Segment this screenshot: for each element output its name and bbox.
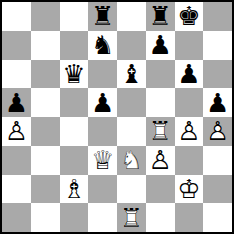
square-h1[interactable] [203,203,232,232]
black-knight: ♞ [88,31,117,60]
square-h6[interactable] [203,60,232,89]
square-d3[interactable]: ♛♕ [88,146,117,175]
white-king: ♚♔ [175,175,204,204]
square-c3[interactable] [60,146,89,175]
white-queen: ♛♕ [88,146,117,175]
square-c7[interactable] [60,31,89,60]
square-c4[interactable] [60,117,89,146]
square-a2[interactable] [2,175,31,204]
white-bishop: ♝♗ [60,175,89,204]
black-rook: ♜ [146,2,175,31]
black-pawn: ♟ [88,88,117,117]
square-d6[interactable] [88,60,117,89]
white-rook: ♜♖ [146,117,175,146]
white-pawn: ♟♙ [146,146,175,175]
square-g2[interactable]: ♚♔ [175,175,204,204]
white-pawn: ♟♙ [175,117,204,146]
square-e6[interactable]: ♝ [117,60,146,89]
black-pawn: ♟ [2,88,31,117]
square-g8[interactable]: ♚ [175,2,204,31]
square-h5[interactable]: ♟ [203,88,232,117]
square-b5[interactable] [31,88,60,117]
square-b7[interactable] [31,31,60,60]
square-d8[interactable]: ♜ [88,2,117,31]
black-pawn: ♟ [175,60,204,89]
square-d5[interactable]: ♟ [88,88,117,117]
square-f4[interactable]: ♜♖ [146,117,175,146]
square-a8[interactable] [2,2,31,31]
square-h8[interactable] [203,2,232,31]
chess-diagram: ♜♜♚♞♟♛♝♟♟♟♟♟♙♜♖♟♙♟♙♛♕♞♘♟♙♝♗♚♔♜♖ [0,0,234,234]
square-g6[interactable]: ♟ [175,60,204,89]
square-a4[interactable]: ♟♙ [2,117,31,146]
black-pawn: ♟ [146,31,175,60]
square-e8[interactable] [117,2,146,31]
square-a3[interactable] [2,146,31,175]
black-rook: ♜ [88,2,117,31]
white-knight: ♞♘ [117,146,146,175]
black-bishop: ♝ [117,60,146,89]
square-c5[interactable] [60,88,89,117]
square-h3[interactable] [203,146,232,175]
square-g4[interactable]: ♟♙ [175,117,204,146]
square-f3[interactable]: ♟♙ [146,146,175,175]
square-e7[interactable] [117,31,146,60]
black-queen: ♛ [60,60,89,89]
square-f7[interactable]: ♟ [146,31,175,60]
square-e4[interactable] [117,117,146,146]
square-f8[interactable]: ♜ [146,2,175,31]
square-c6[interactable]: ♛ [60,60,89,89]
square-h4[interactable]: ♟♙ [203,117,232,146]
square-f1[interactable] [146,203,175,232]
square-b6[interactable] [31,60,60,89]
square-a1[interactable] [2,203,31,232]
square-e3[interactable]: ♞♘ [117,146,146,175]
square-d4[interactable] [88,117,117,146]
black-king: ♚ [175,2,204,31]
square-d7[interactable]: ♞ [88,31,117,60]
square-h2[interactable] [203,175,232,204]
square-h7[interactable] [203,31,232,60]
square-c2[interactable]: ♝♗ [60,175,89,204]
square-g7[interactable] [175,31,204,60]
black-pawn: ♟ [203,88,232,117]
chess-board: ♜♜♚♞♟♛♝♟♟♟♟♟♙♜♖♟♙♟♙♛♕♞♘♟♙♝♗♚♔♜♖ [0,0,234,234]
white-rook: ♜♖ [117,203,146,232]
square-b2[interactable] [31,175,60,204]
square-f5[interactable] [146,88,175,117]
square-b3[interactable] [31,146,60,175]
square-b1[interactable] [31,203,60,232]
square-g5[interactable] [175,88,204,117]
square-b4[interactable] [31,117,60,146]
square-e2[interactable] [117,175,146,204]
square-c8[interactable] [60,2,89,31]
square-e5[interactable] [117,88,146,117]
square-e1[interactable]: ♜♖ [117,203,146,232]
white-pawn: ♟♙ [2,117,31,146]
square-a5[interactable]: ♟ [2,88,31,117]
square-b8[interactable] [31,2,60,31]
square-a6[interactable] [2,60,31,89]
square-c1[interactable] [60,203,89,232]
square-d2[interactable] [88,175,117,204]
square-f2[interactable] [146,175,175,204]
square-f6[interactable] [146,60,175,89]
square-g1[interactable] [175,203,204,232]
square-d1[interactable] [88,203,117,232]
square-g3[interactable] [175,146,204,175]
white-pawn: ♟♙ [203,117,232,146]
square-a7[interactable] [2,31,31,60]
